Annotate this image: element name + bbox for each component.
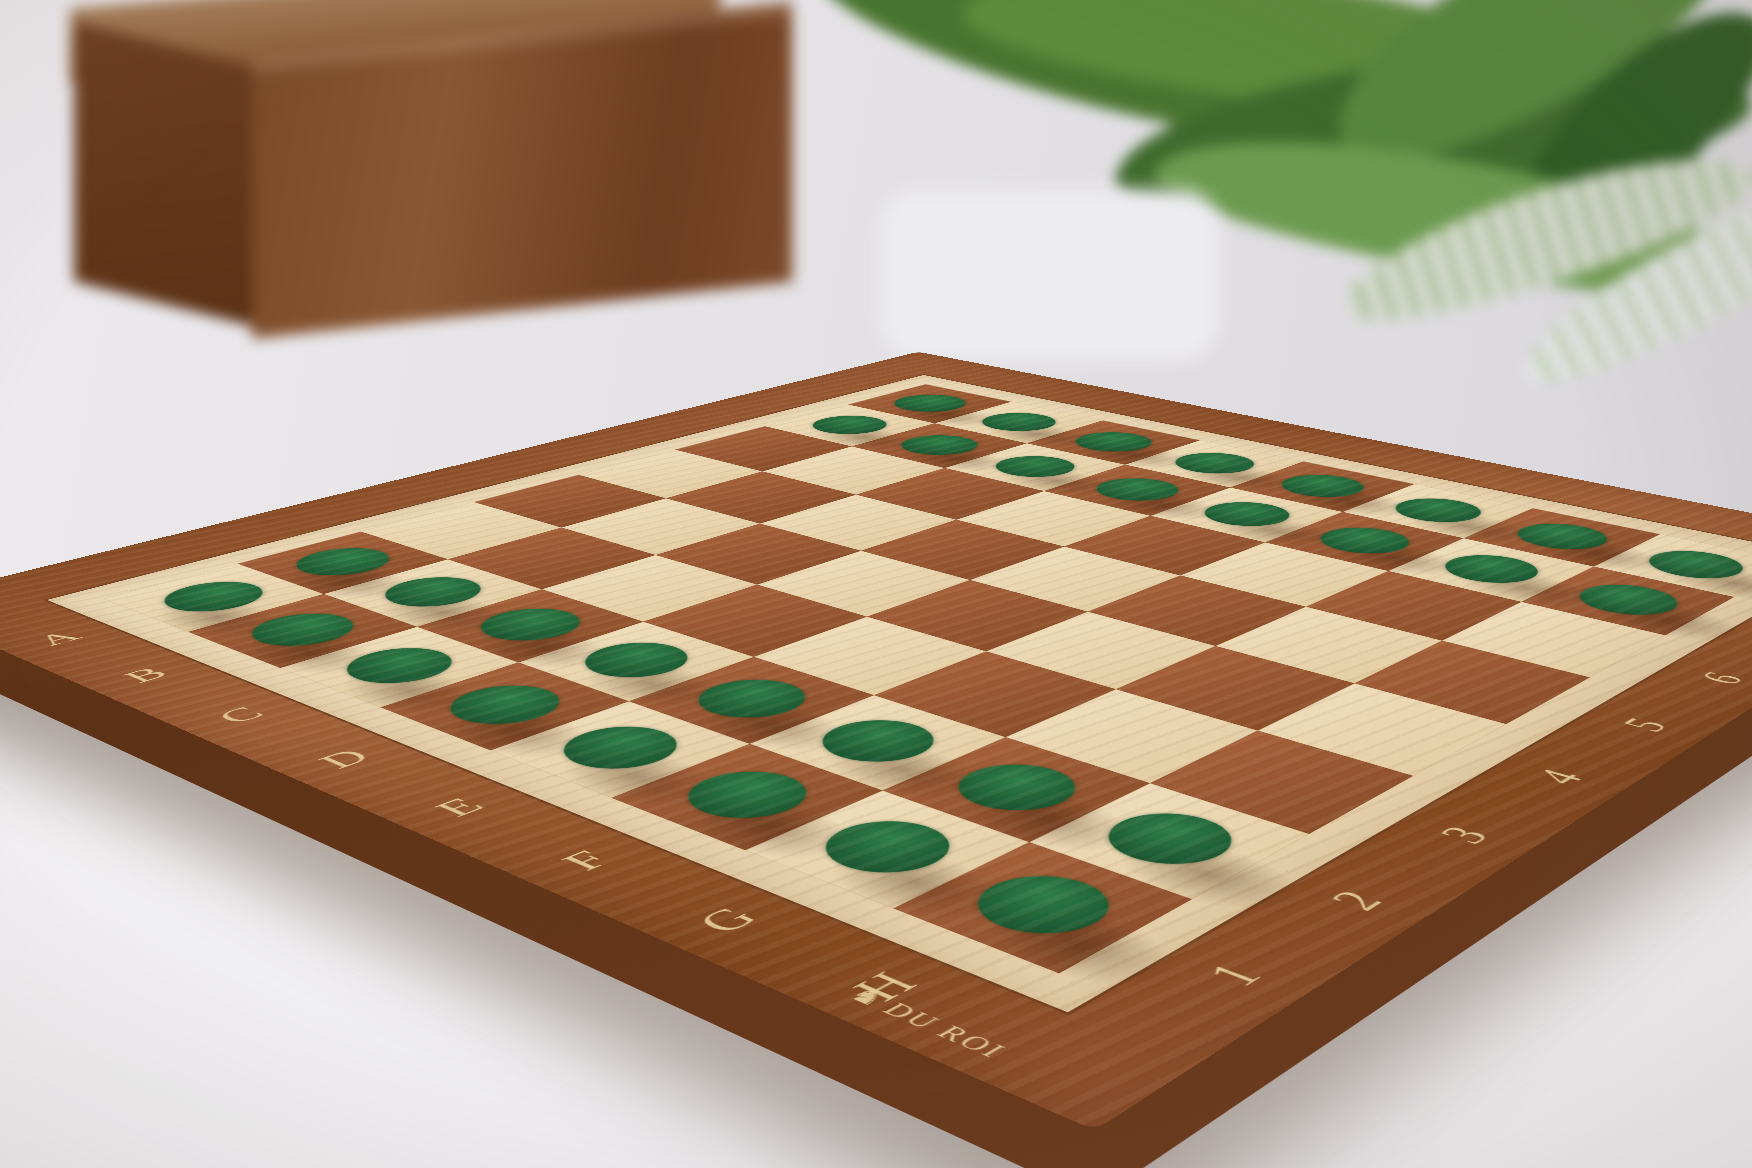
piece-glyph: ♟ bbox=[689, 414, 1010, 425]
white-backdrop-object bbox=[880, 190, 1220, 360]
piece-glyph: ♟ bbox=[1171, 526, 1556, 542]
piece-glyph: ♟ bbox=[1288, 553, 1690, 570]
file-label-b: B bbox=[116, 665, 175, 686]
box-front-face bbox=[252, 2, 792, 339]
box-left-face bbox=[74, 22, 254, 327]
piece-glyph: ♟ bbox=[1062, 500, 1431, 515]
scene: ABCDEFGH12345678 ♞ DU ROI ♜♞♝♛♚♝♞♜♟♟♟♟♟♟… bbox=[0, 0, 1752, 1168]
file-label-c: C bbox=[210, 704, 272, 727]
rank-label-1: 1 bbox=[1196, 958, 1273, 991]
piece-glyph: ♟ bbox=[146, 546, 547, 563]
rank-label-4: 4 bbox=[1527, 765, 1593, 788]
file-label-g: G bbox=[687, 903, 767, 938]
piece-glyph: ♟ bbox=[961, 477, 1315, 491]
rank-label-5: 5 bbox=[1613, 715, 1676, 736]
rank-label-3: 3 bbox=[1430, 822, 1499, 848]
file-label-e: E bbox=[426, 794, 492, 820]
rank-label-6: 6 bbox=[1692, 669, 1752, 688]
chess-storage-box bbox=[70, 0, 790, 320]
file-label-d: D bbox=[311, 746, 379, 772]
file-label-f: F bbox=[552, 847, 620, 875]
rank-label-2: 2 bbox=[1320, 886, 1393, 915]
file-label-a: A bbox=[29, 629, 88, 649]
piece-glyph: ♜ bbox=[775, 391, 1085, 404]
